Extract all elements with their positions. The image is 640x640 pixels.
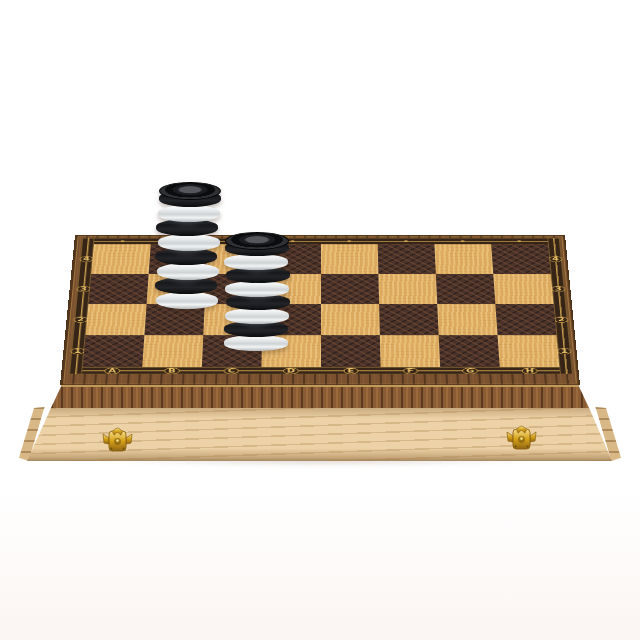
square-a1[interactable] — [83, 335, 145, 367]
checker-top-face-ring — [159, 182, 221, 200]
square-b1[interactable] — [142, 335, 203, 367]
square-a2[interactable] — [86, 304, 147, 335]
square-f1[interactable] — [380, 335, 440, 367]
file-label-g: G — [462, 367, 479, 373]
checker-top-face-ring — [225, 232, 289, 250]
square-e2[interactable] — [321, 304, 380, 335]
product-photo: ABCDEFGH 4321 4321 — [0, 0, 640, 640]
square-e3[interactable] — [321, 274, 379, 304]
square-g2[interactable] — [437, 304, 497, 335]
rank-label-right-3: 3 — [551, 286, 566, 292]
square-g3[interactable] — [436, 274, 496, 304]
checker-black[interactable] — [155, 277, 217, 294]
square-a4[interactable] — [91, 244, 150, 274]
checker-white[interactable] — [156, 292, 218, 309]
square-g1[interactable] — [439, 335, 500, 367]
file-label-f: F — [403, 367, 418, 373]
checker-stack-left[interactable] — [155, 190, 217, 309]
board-border-bottom: ABCDEFGH — [69, 367, 573, 374]
checker-stack-right[interactable] — [224, 240, 288, 351]
square-h4[interactable] — [491, 244, 550, 274]
file-label-a: A — [104, 367, 120, 373]
square-f2[interactable] — [379, 304, 439, 335]
file-label-b: B — [164, 367, 180, 373]
rank-label-right-1: 1 — [557, 348, 572, 354]
square-a3[interactable] — [88, 274, 148, 304]
square-f3[interactable] — [378, 274, 437, 304]
square-h3[interactable] — [493, 274, 553, 304]
checker-white[interactable] — [158, 205, 220, 222]
background-tint — [0, 490, 640, 640]
rank-label-right-2: 2 — [554, 317, 569, 323]
square-e4[interactable] — [321, 244, 378, 274]
file-label-h: H — [521, 367, 538, 373]
board-top-face: ABCDEFGH 4321 4321 — [60, 222, 580, 385]
file-label-c: C — [224, 367, 239, 373]
square-h1[interactable] — [498, 335, 560, 367]
checker-white[interactable] — [157, 263, 219, 280]
checker-black[interactable] — [155, 248, 217, 265]
square-h2[interactable] — [495, 304, 556, 335]
rank-label-right-4: 4 — [548, 256, 563, 262]
checker-black[interactable] — [156, 219, 218, 236]
file-label-d: D — [283, 367, 299, 373]
checker-white[interactable] — [158, 234, 220, 251]
square-f4[interactable] — [378, 244, 436, 274]
square-e1[interactable] — [321, 335, 381, 367]
lid-front-edge — [51, 385, 589, 408]
square-b2[interactable] — [144, 304, 204, 335]
square-g4[interactable] — [434, 244, 493, 274]
board-surface: ABCDEFGH 4321 4321 — [60, 235, 580, 385]
file-label-e: E — [343, 367, 358, 373]
